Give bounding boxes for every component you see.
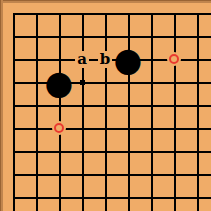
intersection-3-8[interactable] [48,163,71,186]
intersection-1-4[interactable] [2,71,25,94]
intersection-8-4[interactable] [163,71,186,94]
intersection-3-9[interactable] [48,186,71,209]
intersection-4-7[interactable] [71,140,94,163]
intersection-1-1[interactable] [2,2,25,25]
intersection-4-6[interactable] [71,117,94,140]
intersection-8-5[interactable] [163,94,186,117]
intersection-1-2[interactable] [2,25,25,48]
intersection-7-2[interactable] [140,25,163,48]
intersection-6-6[interactable] [117,117,140,140]
intersection-7-9[interactable] [140,186,163,209]
intersection-9-2[interactable] [186,25,209,48]
board-edge-left [0,0,3,211]
intersection-6-7[interactable] [117,140,140,163]
intersection-2-9[interactable] [25,186,48,209]
intersection-9-9[interactable] [186,186,209,209]
intersection-4-3[interactable]: a [71,48,94,71]
intersection-6-5[interactable] [117,94,140,117]
intersection-6-3[interactable]: ● [117,48,140,71]
intersection-4-5[interactable] [71,94,94,117]
intersection-4-2[interactable] [71,25,94,48]
intersection-7-1[interactable] [140,2,163,25]
intersection-9-3[interactable] [186,48,209,71]
intersection-1-5[interactable] [2,94,25,117]
intersection-5-1[interactable] [94,2,117,25]
intersection-9-5[interactable] [186,94,209,117]
intersection-1-9[interactable] [2,186,25,209]
board-edge-top [0,0,211,3]
intersection-2-8[interactable] [25,163,48,186]
intersection-2-6[interactable] [25,117,48,140]
intersection-1-7[interactable] [2,140,25,163]
black-stone[interactable]: ● [114,43,143,76]
go-board: ab●● [0,0,211,211]
intersection-4-9[interactable] [71,186,94,209]
circle-marker [169,54,179,64]
intersection-7-8[interactable] [140,163,163,186]
intersection-8-3[interactable] [163,48,186,71]
intersection-3-2[interactable] [48,25,71,48]
intersection-9-6[interactable] [186,117,209,140]
star-point [80,80,85,85]
intersection-5-8[interactable] [94,163,117,186]
intersection-9-1[interactable] [186,2,209,25]
intersection-9-4[interactable] [186,71,209,94]
intersection-2-7[interactable] [25,140,48,163]
circle-marker [54,123,64,133]
intersection-4-4[interactable] [71,71,94,94]
intersection-8-7[interactable] [163,140,186,163]
board-grid: ab●● [2,2,209,209]
intersection-1-8[interactable] [2,163,25,186]
intersection-8-9[interactable] [163,186,186,209]
point-label-b: b [98,51,113,68]
intersection-8-1[interactable] [163,2,186,25]
intersection-7-6[interactable] [140,117,163,140]
intersection-7-4[interactable] [140,71,163,94]
intersection-3-4[interactable]: ● [48,71,71,94]
intersection-3-1[interactable] [48,2,71,25]
intersection-7-7[interactable] [140,140,163,163]
intersection-5-9[interactable] [94,186,117,209]
intersection-3-6[interactable] [48,117,71,140]
intersection-7-5[interactable] [140,94,163,117]
intersection-2-2[interactable] [25,25,48,48]
intersection-5-7[interactable] [94,140,117,163]
intersection-4-8[interactable] [71,163,94,186]
intersection-1-3[interactable] [2,48,25,71]
intersection-9-8[interactable] [186,163,209,186]
intersection-6-8[interactable] [117,163,140,186]
intersection-8-6[interactable] [163,117,186,140]
black-stone[interactable]: ● [45,66,74,99]
intersection-8-2[interactable] [163,25,186,48]
intersection-1-6[interactable] [2,117,25,140]
intersection-4-1[interactable] [71,2,94,25]
intersection-3-7[interactable] [48,140,71,163]
intersection-2-1[interactable] [25,2,48,25]
intersection-5-6[interactable] [94,117,117,140]
intersection-5-5[interactable] [94,94,117,117]
intersection-6-1[interactable] [117,2,140,25]
point-label-a: a [75,51,89,68]
intersection-9-7[interactable] [186,140,209,163]
intersection-6-9[interactable] [117,186,140,209]
intersection-8-8[interactable] [163,163,186,186]
intersection-7-3[interactable] [140,48,163,71]
